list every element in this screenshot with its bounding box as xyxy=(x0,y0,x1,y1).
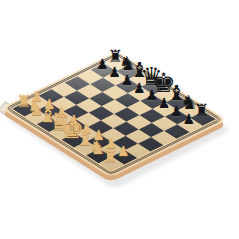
product-photo-chess-set: ♜♞♝♛♚♝♞♜♟♟♟♟♟♟♟♟♟♟♟♟♟♟♟♟♜♞♝♛♚♝♞♜ xyxy=(0,0,239,239)
chess-board: ♜♞♝♛♚♝♞♜♟♟♟♟♟♟♟♟♟♟♟♟♟♟♟♟♜♞♝♛♚♝♞♜ xyxy=(1,51,227,178)
board-squares xyxy=(12,57,215,171)
